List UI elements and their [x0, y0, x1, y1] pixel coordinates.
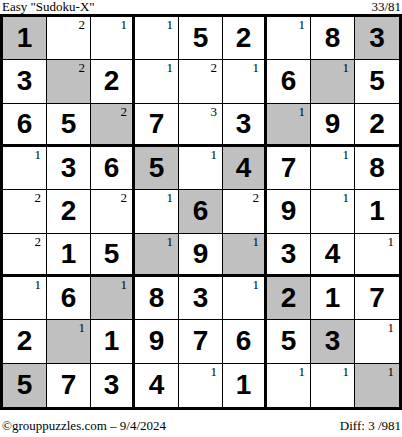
cell-r8c6[interactable]: 6 [223, 320, 267, 363]
cell-value: 3 [236, 110, 252, 138]
pencil-mark: 2 [121, 190, 128, 205]
footer: ©grouppuzzles.com – 9/4/2024 Diff: 3 /98… [0, 418, 402, 434]
cell-value: 7 [369, 284, 385, 312]
cell-r4c4[interactable]: 5 [135, 147, 179, 190]
progress-counter: 33/81 [371, 0, 401, 14]
cell-value: 5 [61, 110, 77, 138]
cell-r4c5[interactable]: 1 [179, 147, 223, 190]
cell-r4c6[interactable]: 4 [223, 147, 267, 190]
pencil-mark: 1 [121, 17, 128, 32]
cell-value: 4 [149, 371, 165, 399]
cell-value: 1 [17, 24, 33, 52]
cell-r1c1[interactable]: 1 [3, 17, 47, 60]
cell-r5c6[interactable]: 2 [223, 190, 267, 233]
cell-r2c6[interactable]: 1 [223, 60, 267, 103]
cell-r9c3[interactable]: 3 [91, 364, 135, 407]
cell-r3c2[interactable]: 5 [47, 104, 91, 147]
cell-value: 8 [325, 24, 341, 52]
cell-r5c4[interactable]: 1 [135, 190, 179, 233]
cell-value: 7 [61, 371, 77, 399]
cell-r5c3[interactable]: 2 [91, 190, 135, 233]
puzzle-title: Easy "Sudoku-X" [2, 0, 95, 14]
cell-value: 5 [104, 240, 120, 268]
pencil-mark: 1 [167, 60, 174, 75]
pencil-mark: 1 [299, 17, 306, 32]
cell-r9c2[interactable]: 7 [47, 364, 91, 407]
cell-r1c7[interactable]: 1 [267, 17, 311, 60]
cell-value: 6 [17, 110, 33, 138]
cell-r6c5[interactable]: 9 [179, 234, 223, 277]
cell-r9c7[interactable]: 1 [267, 364, 311, 407]
cell-r6c9[interactable]: 1 [355, 234, 399, 277]
cell-value: 6 [193, 197, 209, 225]
cell-r6c4[interactable]: 1 [135, 234, 179, 277]
cell-value: 9 [325, 110, 341, 138]
cell-value: 8 [369, 154, 385, 182]
cell-value: 8 [149, 284, 165, 312]
pencil-mark: 1 [253, 234, 260, 249]
cell-value: 1 [104, 327, 120, 355]
cell-r6c2[interactable]: 1 [47, 234, 91, 277]
pencil-mark: 3 [211, 104, 218, 119]
pencil-mark: 2 [79, 60, 86, 75]
pencil-mark: 1 [343, 60, 350, 75]
cell-value: 2 [236, 24, 252, 52]
cell-r4c2[interactable]: 3 [47, 147, 91, 190]
cell-r4c7[interactable]: 7 [267, 147, 311, 190]
cell-r6c6[interactable]: 1 [223, 234, 267, 277]
cell-value: 2 [369, 110, 385, 138]
cell-value: 5 [17, 371, 33, 399]
copyright-credit: ©grouppuzzles.com – 9/4/2024 [2, 418, 166, 434]
cell-r8c1[interactable]: 2 [3, 320, 47, 363]
cell-r7c3[interactable]: 1 [91, 277, 135, 320]
cell-value: 6 [281, 67, 297, 95]
cell-value: 2 [281, 284, 297, 312]
sudoku-grid: 1211521833221216156527331921365147182221… [0, 14, 402, 410]
pencil-mark: 2 [211, 60, 218, 75]
cell-r6c7[interactable]: 3 [267, 234, 311, 277]
cell-r8c9[interactable]: 1 [355, 320, 399, 363]
cell-r3c7[interactable]: 1 [267, 104, 311, 147]
cell-r3c9[interactable]: 2 [355, 104, 399, 147]
pencil-mark: 2 [121, 104, 128, 119]
cell-r7c5[interactable]: 3 [179, 277, 223, 320]
cell-r1c4[interactable]: 1 [135, 17, 179, 60]
cell-r9c9[interactable]: 1 [355, 364, 399, 407]
pencil-mark: 1 [388, 320, 395, 335]
cell-value: 2 [104, 67, 120, 95]
cell-r9c6[interactable]: 1 [223, 364, 267, 407]
cell-r2c4[interactable]: 1 [135, 60, 179, 103]
cell-r5c1[interactable]: 2 [3, 190, 47, 233]
cell-r4c3[interactable]: 6 [91, 147, 135, 190]
cell-value: 2 [17, 327, 33, 355]
cell-r5c2[interactable]: 2 [47, 190, 91, 233]
cell-value: 6 [236, 327, 252, 355]
cell-r8c2[interactable]: 1 [47, 320, 91, 363]
cell-value: 5 [149, 154, 165, 182]
cell-r8c3[interactable]: 1 [91, 320, 135, 363]
cell-r1c2[interactable]: 2 [47, 17, 91, 60]
cell-r7c9[interactable]: 7 [355, 277, 399, 320]
cell-value: 9 [281, 197, 297, 225]
cell-r6c1[interactable]: 2 [3, 234, 47, 277]
cell-r4c9[interactable]: 8 [355, 147, 399, 190]
difficulty-label: Diff: 3 /981 [340, 418, 401, 434]
cell-r8c8[interactable]: 3 [311, 320, 355, 363]
cell-r2c3[interactable]: 2 [91, 60, 135, 103]
cell-r2c9[interactable]: 5 [355, 60, 399, 103]
cell-r1c3[interactable]: 1 [91, 17, 135, 60]
pencil-mark: 1 [299, 364, 306, 379]
cell-r9c5[interactable]: 1 [179, 364, 223, 407]
cell-r7c4[interactable]: 8 [135, 277, 179, 320]
cell-r8c7[interactable]: 5 [267, 320, 311, 363]
cell-value: 1 [369, 197, 385, 225]
pencil-mark: 1 [343, 364, 350, 379]
cell-r2c8[interactable]: 1 [311, 60, 355, 103]
cell-r6c8[interactable]: 4 [311, 234, 355, 277]
cell-value: 9 [193, 240, 209, 268]
cell-value: 9 [149, 327, 165, 355]
cell-r2c1[interactable]: 3 [3, 60, 47, 103]
pencil-mark: 1 [35, 147, 42, 162]
cell-value: 6 [61, 284, 77, 312]
cell-value: 3 [61, 154, 77, 182]
cell-r3c8[interactable]: 9 [311, 104, 355, 147]
pencil-mark: 1 [167, 17, 174, 32]
cell-value: 3 [17, 67, 33, 95]
pencil-mark: 2 [35, 234, 42, 249]
pencil-mark: 1 [79, 320, 86, 335]
cell-r5c5[interactable]: 6 [179, 190, 223, 233]
cell-value: 7 [193, 327, 209, 355]
cell-r3c4[interactable]: 7 [135, 104, 179, 147]
pencil-mark: 1 [343, 147, 350, 162]
cell-r8c5[interactable]: 7 [179, 320, 223, 363]
pencil-mark: 1 [253, 60, 260, 75]
cell-value: 5 [281, 327, 297, 355]
cell-r3c1[interactable]: 6 [3, 104, 47, 147]
pencil-mark: 1 [211, 147, 218, 162]
pencil-mark: 2 [253, 190, 260, 205]
pencil-mark: 1 [35, 277, 42, 292]
cell-value: 2 [61, 197, 77, 225]
cell-r2c5[interactable]: 2 [179, 60, 223, 103]
cell-value: 7 [281, 154, 297, 182]
cell-r4c1[interactable]: 1 [3, 147, 47, 190]
cell-r1c8[interactable]: 8 [311, 17, 355, 60]
cell-r7c2[interactable]: 6 [47, 277, 91, 320]
cell-value: 4 [325, 240, 341, 268]
pencil-mark: 1 [167, 234, 174, 249]
cell-r7c6[interactable]: 1 [223, 277, 267, 320]
cell-value: 3 [325, 327, 341, 355]
cell-r5c7[interactable]: 9 [267, 190, 311, 233]
cell-value: 3 [193, 284, 209, 312]
cell-r9c8[interactable]: 1 [311, 364, 355, 407]
cell-r5c9[interactable]: 1 [355, 190, 399, 233]
cell-r7c7[interactable]: 2 [267, 277, 311, 320]
cell-value: 1 [325, 284, 341, 312]
cell-r1c9[interactable]: 3 [355, 17, 399, 60]
cell-value: 3 [369, 24, 385, 52]
header: Easy "Sudoku-X" 33/81 [0, 0, 402, 14]
cell-value: 1 [236, 371, 252, 399]
cell-value: 3 [104, 371, 120, 399]
cell-value: 6 [104, 154, 120, 182]
cell-r8c4[interactable]: 9 [135, 320, 179, 363]
cell-r1c5[interactable]: 5 [179, 17, 223, 60]
pencil-mark: 1 [121, 277, 128, 292]
cell-r6c3[interactable]: 5 [91, 234, 135, 277]
pencil-mark: 2 [35, 190, 42, 205]
pencil-mark: 1 [253, 277, 260, 292]
cell-r7c8[interactable]: 1 [311, 277, 355, 320]
cell-value: 4 [236, 154, 252, 182]
cell-r7c1[interactable]: 1 [3, 277, 47, 320]
cell-r4c8[interactable]: 1 [311, 147, 355, 190]
cell-r5c8[interactable]: 1 [311, 190, 355, 233]
cell-r9c1[interactable]: 5 [3, 364, 47, 407]
cell-r3c5[interactable]: 3 [179, 104, 223, 147]
cell-r2c2[interactable]: 2 [47, 60, 91, 103]
pencil-mark: 1 [167, 190, 174, 205]
cell-r9c4[interactable]: 4 [135, 364, 179, 407]
pencil-mark: 1 [388, 364, 395, 379]
cell-value: 3 [281, 240, 297, 268]
cell-r2c7[interactable]: 6 [267, 60, 311, 103]
cell-value: 5 [369, 67, 385, 95]
pencil-mark: 1 [388, 234, 395, 249]
pencil-mark: 1 [343, 190, 350, 205]
pencil-mark: 2 [79, 17, 86, 32]
cell-r1c6[interactable]: 2 [223, 17, 267, 60]
pencil-mark: 1 [211, 364, 218, 379]
cell-r3c6[interactable]: 3 [223, 104, 267, 147]
pencil-mark: 1 [299, 104, 306, 119]
cell-value: 5 [193, 24, 209, 52]
cell-r3c3[interactable]: 2 [91, 104, 135, 147]
cell-value: 7 [149, 110, 165, 138]
cell-value: 1 [61, 240, 77, 268]
